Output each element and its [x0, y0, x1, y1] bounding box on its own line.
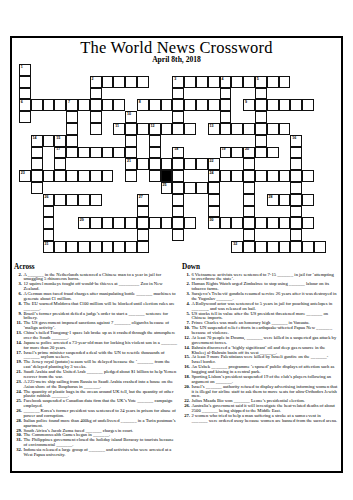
cell-4-15[interactable] — [66, 241, 78, 253]
cell-0-3[interactable]: 6 — [19, 99, 31, 111]
cell-8-3[interactable] — [113, 99, 125, 111]
cell-10-15[interactable] — [137, 241, 149, 253]
cell-2-15[interactable]: 31 — [43, 241, 55, 253]
cell-3-7[interactable]: 17 — [54, 147, 66, 159]
cell-16-8[interactable]: 22 — [208, 158, 220, 170]
cell-12-13[interactable] — [161, 217, 173, 229]
cell-19-11[interactable] — [243, 194, 255, 206]
cell-18-9[interactable] — [231, 170, 243, 182]
cell-9-4[interactable]: 10 — [125, 111, 137, 123]
cell-15-1[interactable] — [196, 76, 208, 88]
cell-8-5[interactable]: 11 — [113, 123, 125, 135]
cell-13-14[interactable] — [172, 229, 184, 241]
cell-17-3[interactable] — [220, 99, 232, 111]
down-clue-27: 27.2 women who tried to help a man suffe… — [182, 414, 338, 424]
cell-15-8[interactable] — [196, 158, 208, 170]
cell-17-5[interactable] — [220, 123, 232, 135]
cell-7-3[interactable] — [102, 99, 114, 111]
cell-3-3[interactable] — [54, 99, 66, 111]
cell-16-5[interactable]: 13 — [208, 123, 220, 135]
cell-22-13[interactable] — [279, 217, 291, 229]
cell-9-6[interactable] — [125, 135, 137, 147]
cell-20-9[interactable] — [255, 170, 267, 182]
cell-6-5[interactable] — [90, 123, 102, 135]
cell-2-12[interactable] — [43, 206, 55, 218]
cell-19-15[interactable] — [243, 241, 255, 253]
cell-14-8[interactable] — [184, 158, 196, 170]
cell-13-11[interactable] — [172, 194, 184, 206]
cell-12-5[interactable] — [161, 123, 173, 135]
down-clue-number-12: 12. — [182, 336, 190, 341]
cell-20-1[interactable]: 5 — [255, 76, 267, 88]
across-clue-list: 2.A _______ in the Netherlands sentenced… — [14, 273, 178, 458]
cell-10-5[interactable] — [137, 123, 149, 135]
cell-2-13[interactable] — [43, 217, 55, 229]
cell-17-7[interactable]: 19 — [220, 147, 232, 159]
cell-3-15[interactable] — [54, 241, 66, 253]
cell-5-13[interactable]: 29 — [78, 217, 90, 229]
cell-6-1[interactable]: 2 — [90, 76, 102, 88]
cell-13-2[interactable] — [172, 88, 184, 100]
cell-19-3[interactable]: 9 — [243, 99, 255, 111]
cell-4-5[interactable] — [66, 123, 78, 135]
cell-number-13: 13 — [210, 124, 214, 128]
cell-9-1[interactable] — [125, 76, 137, 88]
cell-6-4[interactable] — [90, 111, 102, 123]
cell-0-2[interactable] — [19, 88, 31, 100]
cell-number-11: 11 — [115, 124, 119, 128]
cell-4-3[interactable]: 7 — [66, 99, 78, 111]
cell-18-5[interactable] — [231, 123, 243, 135]
cell-number-4: 4 — [221, 77, 223, 81]
across-clue-number-19: 19. — [14, 360, 22, 365]
cell-21-13[interactable] — [267, 217, 279, 229]
cell-25-15[interactable] — [314, 241, 326, 253]
cell-1-9[interactable] — [31, 170, 43, 182]
cell-11-7[interactable] — [149, 147, 161, 159]
cell-1-7[interactable] — [31, 147, 43, 159]
cell-1-3[interactable] — [31, 99, 43, 111]
cell-12-3[interactable] — [161, 99, 173, 111]
cell-22-5[interactable] — [279, 123, 291, 135]
cell-number-2: 2 — [92, 77, 94, 81]
across-clues-column: Across 2.A _______ in the Netherlands se… — [14, 263, 178, 458]
cell-7-9[interactable] — [102, 170, 114, 182]
cell-5-15[interactable] — [78, 241, 90, 253]
cell-21-15[interactable] — [267, 241, 279, 253]
cell-9-13[interactable] — [125, 217, 137, 229]
cell-24-9[interactable] — [302, 170, 314, 182]
cell-2-3[interactable] — [43, 99, 55, 111]
cell-15-3[interactable] — [196, 99, 208, 111]
down-clue-number-26: 26. — [182, 404, 190, 409]
cell-22-15[interactable] — [279, 241, 291, 253]
cell-3-9[interactable] — [54, 170, 66, 182]
cell-number-18: 18 — [174, 147, 178, 151]
down-clue-number-5: 5. — [182, 312, 190, 317]
across-clue-number-24: 24. — [14, 390, 22, 395]
cell-5-3[interactable] — [78, 99, 90, 111]
cell-8-15[interactable] — [113, 241, 125, 253]
down-clue-number-18: 18. — [182, 375, 190, 380]
cell-20-4[interactable] — [255, 111, 267, 123]
cell-13-12[interactable] — [172, 206, 184, 218]
cell-number-27: 27 — [139, 195, 143, 199]
across-clue-number-28: 28. — [14, 419, 22, 424]
cell-21-1[interactable] — [267, 76, 279, 88]
page-date: April 8th, 2018 — [0, 55, 353, 64]
across-clue-number-8: 8. — [14, 302, 22, 307]
cell-4-6[interactable] — [66, 135, 78, 147]
cell-number-12: 12 — [151, 124, 155, 128]
cell-20-7[interactable] — [255, 147, 267, 159]
cell-22-11[interactable] — [279, 194, 291, 206]
cell-3-6[interactable]: 15 — [54, 135, 66, 147]
cell-6-15[interactable] — [90, 241, 102, 253]
cell-0-9[interactable]: 23 — [19, 170, 31, 182]
cell-17-4[interactable] — [220, 111, 232, 123]
cell-18-1[interactable] — [231, 76, 243, 88]
cell-23-11[interactable] — [290, 194, 302, 206]
cell-16-12[interactable] — [208, 206, 220, 218]
cell-number-1: 1 — [21, 65, 23, 69]
cell-13-8[interactable] — [172, 158, 184, 170]
cell-21-9[interactable] — [267, 170, 279, 182]
cell-23-15[interactable] — [290, 241, 302, 253]
cell-3-11[interactable] — [54, 194, 66, 206]
cell-23-8[interactable] — [290, 158, 302, 170]
cell-3-8[interactable] — [54, 158, 66, 170]
cell-24-3[interactable] — [302, 99, 314, 111]
cell-14-3[interactable] — [184, 99, 196, 111]
cell-10-12[interactable] — [137, 206, 149, 218]
cell-17-1[interactable]: 4 — [220, 76, 232, 88]
cell-number-21: 21 — [127, 159, 131, 163]
cell-13-10[interactable] — [172, 182, 184, 194]
cell-number-19: 19 — [221, 147, 225, 151]
cell-12-10[interactable]: 25 — [161, 182, 173, 194]
cell-22-3[interactable] — [279, 99, 291, 111]
cell-16-11[interactable] — [208, 194, 220, 206]
across-clue-number-3: 3. — [14, 282, 22, 287]
cell-6-2[interactable] — [90, 88, 102, 100]
cell-number-31: 31 — [44, 242, 48, 246]
cell-20-5[interactable] — [255, 123, 267, 135]
cell-12-8[interactable] — [161, 158, 173, 170]
cell-10-13[interactable] — [137, 217, 149, 229]
across-clue-number-31: 31. — [14, 438, 22, 443]
down-clue-number-15: 15. — [182, 355, 190, 360]
cell-number-9: 9 — [245, 100, 247, 104]
cell-number-17: 17 — [56, 147, 60, 151]
cell-14-10[interactable] — [184, 182, 196, 194]
cell-23-14[interactable] — [290, 229, 302, 241]
cell-8-1[interactable] — [113, 76, 125, 88]
down-clue-number-27: 27. — [182, 414, 190, 419]
cell-11-8[interactable] — [149, 158, 161, 170]
cell-20-6[interactable] — [255, 135, 267, 147]
cell-number-29: 29 — [80, 218, 84, 222]
cell-2-14[interactable] — [43, 229, 55, 241]
cell-4-7[interactable] — [66, 147, 78, 159]
cell-16-10[interactable] — [208, 182, 220, 194]
cell-4-11[interactable] — [66, 194, 78, 206]
cell-16-3[interactable] — [208, 99, 220, 111]
cell-19-14[interactable] — [243, 229, 255, 241]
cell-7-7[interactable] — [102, 147, 114, 159]
cell-24-13[interactable] — [302, 217, 314, 229]
cell-1-6[interactable]: 14 — [31, 135, 43, 147]
cell-23-9[interactable] — [290, 170, 302, 182]
cell-11-13[interactable] — [149, 217, 161, 229]
across-clue-32: 32.Indonesia released a large group of _… — [14, 448, 178, 458]
cell-19-8[interactable] — [243, 158, 255, 170]
cell-4-4[interactable] — [66, 111, 78, 123]
down-clue-number-16: 16. — [182, 365, 190, 370]
cell-18-15[interactable]: 32 — [231, 241, 243, 253]
across-clue-number-6: 6. — [14, 292, 22, 297]
cell-number-25: 25 — [162, 183, 166, 187]
cell-13-1[interactable]: 3 — [172, 76, 184, 88]
cell-23-10[interactable] — [290, 182, 302, 194]
down-clue-number-14: 14. — [182, 346, 190, 351]
cell-1-10[interactable] — [31, 182, 43, 194]
cell-number-5: 5 — [257, 77, 259, 81]
cell-6-11[interactable] — [90, 194, 102, 206]
cell-22-9[interactable] — [279, 170, 291, 182]
cell-15-10[interactable] — [196, 182, 208, 194]
cell-13-4[interactable] — [172, 111, 184, 123]
cell-6-7[interactable] — [90, 147, 102, 159]
cell-13-7[interactable]: 18 — [172, 147, 184, 159]
cell-7-15[interactable] — [102, 241, 114, 253]
cell-8-13[interactable] — [113, 217, 125, 229]
cell-4-9[interactable] — [66, 170, 78, 182]
cell-number-22: 22 — [210, 159, 214, 163]
across-clue-number-25: 25. — [14, 399, 22, 404]
cell-10-8[interactable] — [137, 158, 149, 170]
cell-13-5[interactable] — [172, 123, 184, 135]
cell-2-11[interactable]: 26 — [43, 194, 55, 206]
cell-9-7[interactable] — [125, 147, 137, 159]
cell-13-3[interactable] — [172, 99, 184, 111]
down-clue-20: 20.Israel’s _______ authority refused to… — [182, 385, 338, 400]
cell-16-13[interactable]: 30 — [208, 217, 220, 229]
cell-17-13[interactable] — [220, 217, 232, 229]
cell-19-5[interactable] — [243, 123, 255, 135]
cell-6-13[interactable] — [90, 217, 102, 229]
across-clue-number-21: 21. — [14, 370, 22, 375]
cell-24-11[interactable] — [302, 194, 314, 206]
across-clue-number-17: 17. — [14, 351, 22, 356]
across-clue-number-13: 13. — [14, 331, 22, 336]
down-clue-number-10: 10. — [182, 326, 190, 331]
cell-9-5[interactable] — [125, 123, 137, 135]
cell-11-5[interactable]: 12 — [149, 123, 161, 135]
cell-11-9[interactable] — [149, 170, 161, 182]
down-clue-list: 1.6 Vietnamese activists were sentenced … — [182, 273, 338, 424]
cell-13-13[interactable] — [172, 217, 184, 229]
cell-number-3: 3 — [174, 77, 176, 81]
cell-21-3[interactable] — [267, 99, 279, 111]
cell-23-3[interactable] — [290, 99, 302, 111]
cell-0-4[interactable] — [19, 111, 31, 123]
cell-2-9[interactable] — [43, 170, 55, 182]
cell-19-12[interactable] — [243, 206, 255, 218]
across-clue-number-14: 14. — [14, 341, 22, 346]
across-clue-number-32: 32. — [14, 448, 22, 453]
cell-10-1[interactable] — [137, 76, 149, 88]
across-clue-number-26: 26. — [14, 409, 22, 414]
cell-16-1[interactable] — [208, 76, 220, 88]
cell-number-32: 32 — [233, 242, 237, 246]
cell-number-7: 7 — [68, 100, 70, 104]
cell-14-1[interactable] — [184, 76, 196, 88]
cell-20-13[interactable] — [255, 217, 267, 229]
down-clues-column: Down 1.6 Vietnamese activists were sente… — [182, 263, 338, 424]
cell-16-9[interactable]: 24 — [208, 170, 220, 182]
cell-number-16: 16 — [292, 136, 296, 140]
cell-number-15: 15 — [56, 136, 60, 140]
cell-19-7[interactable]: 20 — [243, 147, 255, 159]
grid: 1234567891011121314151617181920212223242… — [19, 64, 327, 254]
cell-9-9[interactable] — [125, 170, 137, 182]
cell-24-15[interactable] — [302, 241, 314, 253]
cell-23-7[interactable] — [290, 147, 302, 159]
cell-21-5[interactable] — [267, 123, 279, 135]
cell-18-13[interactable] — [231, 217, 243, 229]
cell-21-11[interactable]: 28 — [267, 194, 279, 206]
cell-number-6: 6 — [21, 100, 23, 104]
down-clue-number-1: 1. — [182, 273, 190, 278]
across-clue-number-11: 11. — [14, 321, 22, 326]
cell-10-14[interactable] — [137, 229, 149, 241]
cell-23-12[interactable] — [290, 206, 302, 218]
cell-20-3[interactable] — [255, 99, 267, 111]
down-header: Down — [182, 263, 338, 271]
down-clue-number-20: 20. — [182, 385, 190, 390]
cell-14-5[interactable] — [184, 123, 196, 135]
cell-number-26: 26 — [44, 195, 48, 199]
cell-number-28: 28 — [269, 195, 273, 199]
cell-22-1[interactable] — [279, 76, 291, 88]
cell-number-30: 30 — [210, 218, 214, 222]
cell-13-9[interactable] — [172, 170, 184, 182]
cell-0-1[interactable] — [19, 76, 31, 88]
cell-1-8[interactable] — [31, 158, 43, 170]
cell-5-11[interactable] — [78, 194, 90, 206]
cell-6-9[interactable] — [90, 170, 102, 182]
cell-9-8[interactable]: 21 — [125, 158, 137, 170]
cell-11-6[interactable] — [149, 135, 161, 147]
across-clue-number-9: 9. — [14, 312, 22, 317]
cell-number-8: 8 — [139, 100, 141, 104]
across-clue-number-2: 2. — [14, 273, 22, 278]
cell-20-15[interactable] — [255, 241, 267, 253]
cell-number-23: 23 — [21, 171, 25, 175]
crossword-page: The World News Crossword April 8th, 2018… — [0, 0, 353, 500]
cell-0-0[interactable]: 1 — [19, 64, 31, 76]
cell-9-15[interactable] — [125, 241, 137, 253]
cell-5-7[interactable] — [78, 147, 90, 159]
down-clue-number-2: 2. — [182, 282, 190, 287]
cell-23-6[interactable]: 16 — [290, 135, 302, 147]
across-header: Across — [14, 263, 178, 271]
cell-23-13[interactable] — [290, 217, 302, 229]
down-clue-number-3: 3. — [182, 292, 190, 297]
cell-20-2[interactable] — [255, 88, 267, 100]
cell-17-9[interactable] — [220, 170, 232, 182]
cell-number-20: 20 — [245, 147, 249, 151]
cell-19-1[interactable] — [243, 76, 255, 88]
cell-18-7[interactable] — [231, 147, 243, 159]
cell-14-13[interactable] — [184, 217, 196, 229]
cell-19-13[interactable] — [243, 217, 255, 229]
cell-8-7[interactable] — [113, 147, 125, 159]
cell-5-9[interactable] — [78, 170, 90, 182]
cell-7-1[interactable] — [102, 76, 114, 88]
cell-7-13[interactable] — [102, 217, 114, 229]
cell-17-2[interactable] — [220, 88, 232, 100]
cell-10-3[interactable]: 8 — [137, 99, 149, 111]
cell-number-14: 14 — [33, 136, 37, 140]
black-cell — [161, 170, 173, 182]
cell-number-10: 10 — [127, 112, 131, 116]
cell-19-9[interactable] — [243, 170, 255, 182]
cell-21-7[interactable] — [267, 147, 279, 159]
cell-number-24: 24 — [210, 171, 214, 175]
cell-19-10[interactable] — [243, 182, 255, 194]
cell-11-3[interactable] — [149, 99, 161, 111]
cell-6-3[interactable] — [90, 99, 102, 111]
cell-10-11[interactable]: 27 — [137, 194, 149, 206]
down-clue-number-4: 4. — [182, 302, 190, 307]
across-clue-number-23: 23. — [14, 380, 22, 385]
cell-2-6[interactable] — [43, 135, 55, 147]
